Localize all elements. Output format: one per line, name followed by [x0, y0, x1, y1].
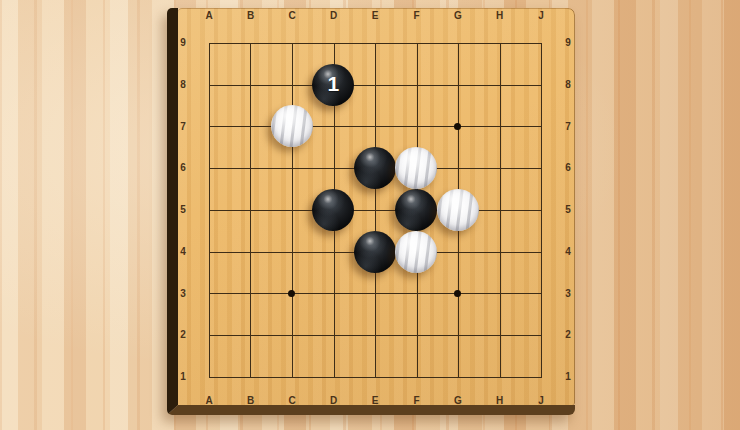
- go-board: 1 AABBCCDDEEFFGGHHJJ998877665544332211: [167, 8, 575, 415]
- black-stone-e6[interactable]: [354, 147, 396, 189]
- star-point-g7: [454, 123, 461, 130]
- column-label-bottom-h: H: [496, 396, 503, 406]
- star-point-c3: [288, 290, 295, 297]
- row-label-left-9: 9: [180, 38, 186, 48]
- move-number-label: 1: [327, 73, 339, 94]
- column-label-top-a: A: [205, 11, 212, 21]
- row-label-left-5: 5: [180, 205, 186, 215]
- column-label-top-g: G: [454, 11, 462, 21]
- white-stone-f4[interactable]: [395, 231, 437, 273]
- row-label-left-8: 8: [180, 80, 186, 90]
- row-label-right-5: 5: [565, 205, 571, 215]
- column-label-top-c: C: [288, 11, 295, 21]
- black-stone-e4[interactable]: [354, 231, 396, 273]
- white-stone-c7[interactable]: [271, 105, 313, 147]
- column-label-bottom-a: A: [205, 396, 212, 406]
- row-label-right-6: 6: [565, 163, 571, 173]
- row-label-right-4: 4: [565, 247, 571, 257]
- column-label-bottom-g: G: [454, 396, 462, 406]
- column-label-top-j: J: [538, 11, 544, 21]
- table-background: { "game": "go", "board": { "size": 9, "c…: [0, 0, 740, 430]
- row-label-left-7: 7: [180, 122, 186, 132]
- row-label-right-9: 9: [565, 38, 571, 48]
- black-stone-f5[interactable]: [395, 189, 437, 231]
- column-label-top-d: D: [330, 11, 337, 21]
- row-label-right-2: 2: [565, 330, 571, 340]
- row-label-left-3: 3: [180, 289, 186, 299]
- black-stone-d5[interactable]: [312, 189, 354, 231]
- star-point-g3: [454, 290, 461, 297]
- row-label-right-8: 8: [565, 80, 571, 90]
- column-label-bottom-j: J: [538, 396, 544, 406]
- column-label-bottom-d: D: [330, 396, 337, 406]
- column-label-top-e: E: [372, 11, 379, 21]
- column-label-top-b: B: [247, 11, 254, 21]
- column-label-top-f: F: [413, 11, 419, 21]
- column-label-top-h: H: [496, 11, 503, 21]
- row-label-right-1: 1: [565, 372, 571, 382]
- row-label-left-6: 6: [180, 163, 186, 173]
- row-label-left-1: 1: [180, 372, 186, 382]
- row-label-right-7: 7: [565, 122, 571, 132]
- white-stone-g5[interactable]: [437, 189, 479, 231]
- row-label-left-4: 4: [180, 247, 186, 257]
- white-stone-f6[interactable]: [395, 147, 437, 189]
- column-label-bottom-c: C: [288, 396, 295, 406]
- black-stone-d8[interactable]: 1: [312, 64, 354, 106]
- column-label-bottom-b: B: [247, 396, 254, 406]
- column-label-bottom-f: F: [413, 396, 419, 406]
- row-label-right-3: 3: [565, 289, 571, 299]
- board-surface: 1 AABBCCDDEEFFGGHHJJ998877665544332211: [178, 8, 575, 405]
- row-label-left-2: 2: [180, 330, 186, 340]
- board-grid[interactable]: 1: [188, 22, 562, 398]
- column-label-bottom-e: E: [372, 396, 379, 406]
